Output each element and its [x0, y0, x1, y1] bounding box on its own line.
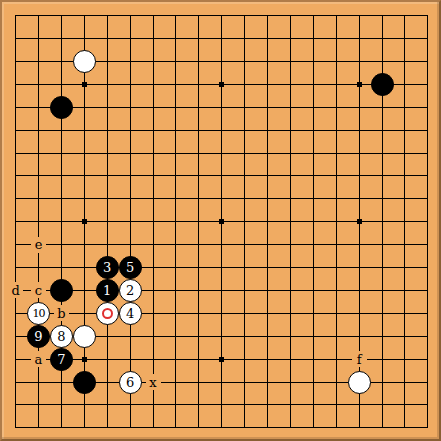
- star-point: [82, 219, 87, 224]
- black-stone: 7: [50, 348, 73, 371]
- grid-line-vertical: [313, 15, 314, 428]
- star-point: [82, 82, 87, 87]
- white-stone: 4: [119, 302, 142, 325]
- red-circle-marker-icon: [102, 308, 113, 319]
- grid-line-horizontal: [15, 244, 428, 245]
- star-point: [219, 219, 224, 224]
- point-letter-label: x: [146, 374, 161, 390]
- white-stone: 2: [119, 279, 142, 302]
- star-point: [219, 357, 224, 362]
- black-stone: [50, 279, 73, 302]
- grid-line-horizontal: [15, 427, 428, 428]
- black-stone: 1: [96, 279, 119, 302]
- grid-line-vertical: [336, 15, 337, 428]
- grid-line-vertical: [427, 15, 428, 428]
- white-stone: [73, 325, 96, 348]
- white-stone: 10: [27, 302, 50, 325]
- black-stone: 9: [27, 325, 50, 348]
- white-stone: [96, 302, 119, 325]
- grid-line-horizontal: [15, 404, 428, 405]
- star-point: [357, 219, 362, 224]
- star-point: [357, 82, 362, 87]
- grid-line-horizontal: [15, 313, 428, 314]
- white-stone: 6: [119, 371, 142, 394]
- point-letter-label: b: [54, 305, 69, 321]
- white-stone: 8: [50, 325, 73, 348]
- black-stone: 5: [119, 256, 142, 279]
- grid-line-horizontal: [15, 290, 428, 291]
- point-letter-label: e: [31, 237, 46, 253]
- point-letter-label: f: [352, 351, 367, 367]
- star-point: [219, 82, 224, 87]
- go-board: 35121049876abcdefx: [0, 0, 441, 441]
- grid-line-horizontal: [15, 267, 428, 268]
- point-letter-label: a: [31, 351, 46, 367]
- grid-line-vertical: [267, 15, 268, 428]
- white-stone: [348, 371, 371, 394]
- point-letter-label: c: [31, 282, 46, 298]
- grid-line-vertical: [404, 15, 405, 428]
- go-diagram: 35121049876abcdefx: [0, 0, 441, 441]
- black-stone: [371, 73, 394, 96]
- black-stone: [50, 96, 73, 119]
- point-letter-label: d: [8, 282, 23, 298]
- white-stone: [73, 50, 96, 73]
- star-point: [82, 357, 87, 362]
- black-stone: [73, 371, 96, 394]
- black-stone: 3: [96, 256, 119, 279]
- grid-line-vertical: [244, 15, 245, 428]
- grid-line-vertical: [290, 15, 291, 428]
